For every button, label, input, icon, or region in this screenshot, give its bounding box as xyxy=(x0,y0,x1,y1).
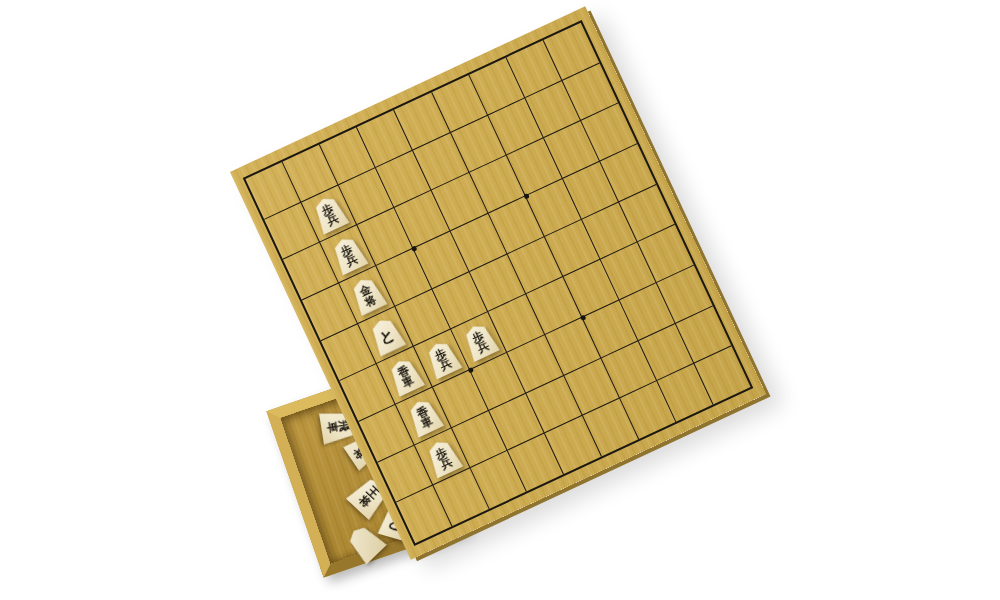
piece-kanji: 車 xyxy=(401,375,416,390)
piece-kanji: 兵 xyxy=(325,213,340,228)
piece-kanji: 車 xyxy=(420,416,435,431)
piece-kanji: 兵 xyxy=(438,358,453,373)
product-photo-stage: 飛車金将香車王将とと 歩兵歩兵金将と香車香車歩兵歩兵歩兵 xyxy=(0,0,1000,600)
piece-kanji: と xyxy=(377,327,397,347)
piece-kanji: 将 xyxy=(363,294,378,309)
piece-kanji: 兵 xyxy=(476,340,491,355)
piece-kanji: 兵 xyxy=(439,456,454,471)
piece-kanji: 車 xyxy=(326,421,339,434)
piece-kanji: 兵 xyxy=(344,253,359,268)
